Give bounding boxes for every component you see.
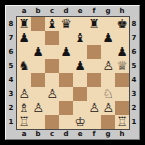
- file-label-c-bottom: c: [45, 129, 59, 139]
- square-f2[interactable]: ♙: [87, 101, 101, 115]
- rank-label-5-right: 5: [129, 59, 139, 73]
- piece-white-pawn-g2[interactable]: ♙: [101, 101, 115, 115]
- square-g4[interactable]: [101, 73, 115, 87]
- square-d3[interactable]: [59, 87, 73, 101]
- square-e4[interactable]: [73, 73, 87, 87]
- piece-white-pawn-g5[interactable]: ♙: [101, 59, 115, 73]
- square-e7[interactable]: ♝: [73, 31, 87, 45]
- piece-black-knight-a5[interactable]: ♞: [17, 59, 31, 73]
- rank-labels-right: 87654321: [129, 17, 139, 129]
- file-labels-bottom: abcdefgh: [17, 129, 129, 139]
- square-g5[interactable]: ♙: [101, 59, 115, 73]
- rank-label-1-left: 1: [6, 115, 16, 129]
- file-label-b-top: b: [31, 6, 45, 16]
- square-h7[interactable]: [115, 31, 129, 45]
- square-b5[interactable]: [31, 59, 45, 73]
- square-a7[interactable]: ♟: [17, 31, 31, 45]
- square-h1[interactable]: ♖: [115, 115, 129, 129]
- square-e6[interactable]: [73, 45, 87, 59]
- piece-black-queen-d8[interactable]: ♛: [59, 17, 73, 31]
- square-f3[interactable]: [87, 87, 101, 101]
- square-f7[interactable]: [87, 31, 101, 45]
- rank-label-6-right: 6: [129, 45, 139, 59]
- file-label-e-top: e: [73, 6, 87, 16]
- square-c1[interactable]: [45, 115, 59, 129]
- square-a5[interactable]: ♞: [17, 59, 31, 73]
- rank-label-7-right: 7: [129, 31, 139, 45]
- piece-black-bishop-c8[interactable]: ♝: [45, 17, 59, 31]
- square-f8[interactable]: ♜: [87, 17, 101, 31]
- square-a4[interactable]: [17, 73, 31, 87]
- piece-white-rook-h1[interactable]: ♖: [115, 115, 129, 129]
- square-g3[interactable]: ♘: [101, 87, 115, 101]
- rank-labels-left: 87654321: [6, 17, 16, 129]
- square-b6[interactable]: ♟: [31, 45, 45, 59]
- square-f5[interactable]: [87, 59, 101, 73]
- square-e1[interactable]: ♔: [73, 115, 87, 129]
- square-h4[interactable]: [115, 73, 129, 87]
- rank-label-1-right: 1: [129, 115, 139, 129]
- square-b1[interactable]: [31, 115, 45, 129]
- piece-black-rook-f8[interactable]: ♜: [87, 17, 101, 31]
- square-g8[interactable]: [101, 17, 115, 31]
- square-a3[interactable]: ♙: [17, 87, 31, 101]
- file-label-d-bottom: d: [59, 129, 73, 139]
- square-d2[interactable]: [59, 101, 73, 115]
- square-f6[interactable]: [87, 45, 101, 59]
- board-frame: abcdefgh abcdefgh 87654321 87654321 ♜♝♛♜…: [5, 5, 140, 140]
- rank-label-4-right: 4: [129, 73, 139, 87]
- file-labels-top: abcdefgh: [17, 6, 129, 16]
- square-b3[interactable]: [31, 87, 45, 101]
- square-c3[interactable]: ♙: [45, 87, 59, 101]
- rank-label-5-left: 5: [6, 59, 16, 73]
- square-h3[interactable]: [115, 87, 129, 101]
- square-g2[interactable]: ♙: [101, 101, 115, 115]
- square-d4[interactable]: [59, 73, 73, 87]
- rank-label-8-right: 8: [129, 17, 139, 31]
- rank-label-3-left: 3: [6, 87, 16, 101]
- square-g7[interactable]: ♟: [101, 31, 115, 45]
- piece-black-king-h8[interactable]: ♚: [115, 17, 129, 31]
- rank-label-8-left: 8: [6, 17, 16, 31]
- square-c2[interactable]: [45, 101, 59, 115]
- piece-white-king-e1[interactable]: ♔: [73, 115, 87, 129]
- file-label-g-top: g: [101, 6, 115, 16]
- rank-label-2-left: 2: [6, 101, 16, 115]
- piece-black-pawn-g7[interactable]: ♟: [101, 31, 115, 45]
- square-e5[interactable]: ♟: [73, 59, 87, 73]
- square-e2[interactable]: [73, 101, 87, 115]
- piece-black-pawn-b6[interactable]: ♟: [31, 45, 45, 59]
- file-label-d-top: d: [59, 6, 73, 16]
- file-label-c-top: c: [45, 6, 59, 16]
- rank-label-2-right: 2: [129, 101, 139, 115]
- square-b7[interactable]: [31, 31, 45, 45]
- piece-white-pawn-c3[interactable]: ♙: [45, 87, 59, 101]
- square-h5[interactable]: ♕: [115, 59, 129, 73]
- square-a1[interactable]: ♖: [17, 115, 31, 129]
- file-label-h-bottom: h: [115, 129, 129, 139]
- file-label-b-bottom: b: [31, 129, 45, 139]
- square-e8[interactable]: [73, 17, 87, 31]
- file-label-a-top: a: [17, 6, 31, 16]
- file-label-g-bottom: g: [101, 129, 115, 139]
- piece-white-pawn-b2[interactable]: ♙: [31, 101, 45, 115]
- rank-label-7-left: 7: [6, 31, 16, 45]
- square-g6[interactable]: [101, 45, 115, 59]
- rank-label-4-left: 4: [6, 73, 16, 87]
- rank-label-6-left: 6: [6, 45, 16, 59]
- square-c7[interactable]: [45, 31, 59, 45]
- square-a2[interactable]: ♗: [17, 101, 31, 115]
- piece-black-pawn-a7[interactable]: ♟: [17, 31, 31, 45]
- square-e3[interactable]: [73, 87, 87, 101]
- square-c5[interactable]: [45, 59, 59, 73]
- board-border: ♜♝♛♜♚♟♝♟♟♟♟♞♟♙♕♙♙♘♗♙♙♙♖♔♖: [16, 16, 130, 130]
- square-b8[interactable]: [31, 17, 45, 31]
- square-d7[interactable]: [59, 31, 73, 45]
- square-f4[interactable]: [87, 73, 101, 87]
- piece-white-bishop-a2[interactable]: ♗: [17, 101, 31, 115]
- file-label-e-bottom: e: [73, 129, 87, 139]
- square-c6[interactable]: [45, 45, 59, 59]
- square-b4[interactable]: [31, 73, 45, 87]
- square-h6[interactable]: ♟: [115, 45, 129, 59]
- file-label-f-bottom: f: [87, 129, 101, 139]
- piece-black-pawn-d6[interactable]: ♟: [59, 45, 73, 59]
- square-d6[interactable]: ♟: [59, 45, 73, 59]
- square-g1[interactable]: [101, 115, 115, 129]
- square-h2[interactable]: [115, 101, 129, 115]
- piece-white-pawn-a3[interactable]: ♙: [17, 87, 31, 101]
- piece-white-pawn-f2[interactable]: ♙: [87, 101, 101, 115]
- square-c8[interactable]: ♝: [45, 17, 59, 31]
- file-label-h-top: h: [115, 6, 129, 16]
- chess-board: ♜♝♛♜♚♟♝♟♟♟♟♞♟♙♕♙♙♘♗♙♙♙♖♔♖: [17, 17, 129, 129]
- square-a6[interactable]: [17, 45, 31, 59]
- square-d8[interactable]: ♛: [59, 17, 73, 31]
- square-f1[interactable]: [87, 115, 101, 129]
- chess-diagram: abcdefgh abcdefgh 87654321 87654321 ♜♝♛♜…: [0, 0, 145, 145]
- piece-black-pawn-h6[interactable]: ♟: [115, 45, 129, 59]
- piece-white-rook-a1[interactable]: ♖: [17, 115, 31, 129]
- square-d5[interactable]: [59, 59, 73, 73]
- file-label-a-bottom: a: [17, 129, 31, 139]
- square-a8[interactable]: ♜: [17, 17, 31, 31]
- piece-white-knight-g3[interactable]: ♘: [101, 87, 115, 101]
- file-label-f-top: f: [87, 6, 101, 16]
- piece-black-bishop-e7[interactable]: ♝: [73, 31, 87, 45]
- piece-white-queen-h5[interactable]: ♕: [115, 59, 129, 73]
- piece-black-pawn-e5[interactable]: ♟: [73, 59, 87, 73]
- square-b2[interactable]: ♙: [31, 101, 45, 115]
- piece-black-rook-a8[interactable]: ♜: [17, 17, 31, 31]
- square-c4[interactable]: [45, 73, 59, 87]
- rank-label-3-right: 3: [129, 87, 139, 101]
- square-h8[interactable]: ♚: [115, 17, 129, 31]
- square-d1[interactable]: [59, 115, 73, 129]
